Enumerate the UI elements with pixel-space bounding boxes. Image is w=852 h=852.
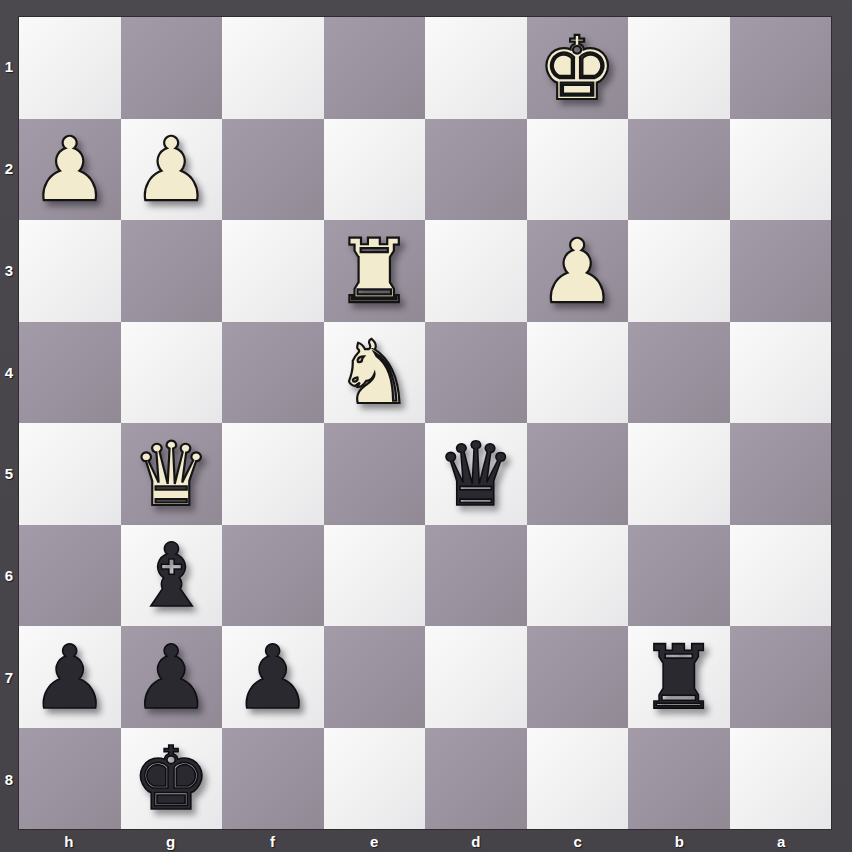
square-b3[interactable] <box>628 220 730 322</box>
square-a2[interactable] <box>730 119 832 221</box>
square-b5[interactable] <box>628 423 730 525</box>
rank-label-5: 5 <box>0 423 18 525</box>
white-rook[interactable]: ♜ <box>335 228 414 316</box>
file-label-d: d <box>425 830 527 852</box>
rank-label-3: 3 <box>0 220 18 322</box>
square-e4[interactable]: ♞ <box>324 322 426 424</box>
file-labels: hgfedcba <box>18 830 832 852</box>
square-f7[interactable]: ♟ <box>222 626 324 728</box>
square-f2[interactable] <box>222 119 324 221</box>
square-f1[interactable] <box>222 17 324 119</box>
white-queen[interactable]: ♛ <box>132 431 211 519</box>
square-b4[interactable] <box>628 322 730 424</box>
square-e3[interactable]: ♜ <box>324 220 426 322</box>
square-d2[interactable] <box>425 119 527 221</box>
chess-board: ♚♟♟♜♟♞♛♛♝♟♟♟♜♚ <box>18 16 832 830</box>
square-a3[interactable] <box>730 220 832 322</box>
square-h1[interactable] <box>19 17 121 119</box>
file-label-a: a <box>730 830 832 852</box>
square-f3[interactable] <box>222 220 324 322</box>
board-frame: 12345678 ♚♟♟♜♟♞♛♛♝♟♟♟♜♚ hgfedcba <box>0 0 852 852</box>
square-e1[interactable] <box>324 17 426 119</box>
square-a8[interactable] <box>730 728 832 830</box>
square-g4[interactable] <box>121 322 223 424</box>
square-f4[interactable] <box>222 322 324 424</box>
rank-label-1: 1 <box>0 16 18 118</box>
square-a4[interactable] <box>730 322 832 424</box>
square-b6[interactable] <box>628 525 730 627</box>
square-c7[interactable] <box>527 626 629 728</box>
file-label-g: g <box>120 830 222 852</box>
square-b8[interactable] <box>628 728 730 830</box>
square-d3[interactable] <box>425 220 527 322</box>
square-h2[interactable]: ♟ <box>19 119 121 221</box>
rank-labels: 12345678 <box>0 16 18 830</box>
rank-label-8: 8 <box>0 728 18 830</box>
square-b1[interactable] <box>628 17 730 119</box>
black-bishop[interactable]: ♝ <box>132 532 211 620</box>
square-h5[interactable] <box>19 423 121 525</box>
rank-label-7: 7 <box>0 627 18 729</box>
square-h4[interactable] <box>19 322 121 424</box>
square-d7[interactable] <box>425 626 527 728</box>
square-c5[interactable] <box>527 423 629 525</box>
square-d5[interactable]: ♛ <box>425 423 527 525</box>
square-d4[interactable] <box>425 322 527 424</box>
square-h8[interactable] <box>19 728 121 830</box>
rank-label-2: 2 <box>0 118 18 220</box>
square-g3[interactable] <box>121 220 223 322</box>
square-b2[interactable] <box>628 119 730 221</box>
square-f5[interactable] <box>222 423 324 525</box>
black-king[interactable]: ♚ <box>132 735 211 823</box>
rank-label-6: 6 <box>0 525 18 627</box>
square-g5[interactable]: ♛ <box>121 423 223 525</box>
square-e8[interactable] <box>324 728 426 830</box>
square-f6[interactable] <box>222 525 324 627</box>
square-b7[interactable]: ♜ <box>628 626 730 728</box>
file-label-b: b <box>629 830 731 852</box>
black-rook[interactable]: ♜ <box>639 634 718 722</box>
square-g7[interactable]: ♟ <box>121 626 223 728</box>
square-f8[interactable] <box>222 728 324 830</box>
rank-label-4: 4 <box>0 321 18 423</box>
white-king[interactable]: ♚ <box>538 25 617 113</box>
square-c3[interactable]: ♟ <box>527 220 629 322</box>
square-g2[interactable]: ♟ <box>121 119 223 221</box>
black-pawn[interactable]: ♟ <box>132 634 211 722</box>
square-c8[interactable] <box>527 728 629 830</box>
square-e5[interactable] <box>324 423 426 525</box>
square-c6[interactable] <box>527 525 629 627</box>
square-g8[interactable]: ♚ <box>121 728 223 830</box>
file-label-e: e <box>323 830 425 852</box>
black-pawn[interactable]: ♟ <box>30 634 109 722</box>
square-c4[interactable] <box>527 322 629 424</box>
square-d1[interactable] <box>425 17 527 119</box>
square-g6[interactable]: ♝ <box>121 525 223 627</box>
square-h7[interactable]: ♟ <box>19 626 121 728</box>
file-label-c: c <box>527 830 629 852</box>
square-h3[interactable] <box>19 220 121 322</box>
square-a6[interactable] <box>730 525 832 627</box>
square-h6[interactable] <box>19 525 121 627</box>
white-pawn[interactable]: ♟ <box>132 126 211 214</box>
file-label-h: h <box>18 830 120 852</box>
square-d8[interactable] <box>425 728 527 830</box>
white-knight[interactable]: ♞ <box>335 329 414 417</box>
white-pawn[interactable]: ♟ <box>30 126 109 214</box>
file-label-f: f <box>222 830 324 852</box>
square-a7[interactable] <box>730 626 832 728</box>
square-g1[interactable] <box>121 17 223 119</box>
square-d6[interactable] <box>425 525 527 627</box>
square-a1[interactable] <box>730 17 832 119</box>
square-e7[interactable] <box>324 626 426 728</box>
square-e2[interactable] <box>324 119 426 221</box>
black-pawn[interactable]: ♟ <box>233 634 312 722</box>
square-a5[interactable] <box>730 423 832 525</box>
square-c1[interactable]: ♚ <box>527 17 629 119</box>
square-c2[interactable] <box>527 119 629 221</box>
square-e6[interactable] <box>324 525 426 627</box>
black-queen[interactable]: ♛ <box>436 431 515 519</box>
white-pawn[interactable]: ♟ <box>538 228 617 316</box>
